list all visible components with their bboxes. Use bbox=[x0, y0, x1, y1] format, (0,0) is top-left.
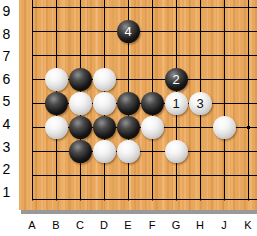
black-stone bbox=[117, 116, 140, 139]
white-stone bbox=[165, 140, 188, 163]
intersection-A9[interactable] bbox=[20, 0, 44, 20]
white-stone bbox=[93, 68, 116, 91]
intersection-C8[interactable] bbox=[68, 20, 92, 44]
col-label-J: J bbox=[216, 217, 232, 233]
white-stone bbox=[45, 68, 68, 91]
intersection-C3[interactable] bbox=[68, 140, 92, 164]
intersection-F4[interactable] bbox=[140, 116, 164, 140]
intersection-F3[interactable] bbox=[140, 140, 164, 164]
col-label-E: E bbox=[120, 217, 136, 233]
intersection-J3[interactable] bbox=[212, 140, 236, 164]
intersection-H9[interactable] bbox=[188, 0, 212, 20]
intersection-K8[interactable] bbox=[236, 20, 257, 44]
row-label-4: 4 bbox=[0, 115, 13, 133]
intersection-D8[interactable] bbox=[92, 20, 116, 44]
row-label-1: 1 bbox=[0, 183, 13, 201]
intersection-B4[interactable] bbox=[44, 116, 68, 140]
intersection-G8[interactable] bbox=[164, 20, 188, 44]
col-label-K: K bbox=[240, 217, 256, 233]
col-label-F: F bbox=[144, 217, 160, 233]
intersection-D3[interactable] bbox=[92, 140, 116, 164]
intersection-F6[interactable] bbox=[140, 68, 164, 92]
black-stone bbox=[141, 92, 164, 115]
intersection-H1[interactable] bbox=[188, 188, 212, 211]
white-stone bbox=[45, 116, 68, 139]
intersection-G7[interactable] bbox=[164, 44, 188, 68]
black-stone: 4 bbox=[117, 20, 140, 43]
move-number-label: 2 bbox=[172, 73, 179, 86]
intersection-K9[interactable] bbox=[236, 0, 257, 20]
intersection-H2[interactable] bbox=[188, 164, 212, 188]
white-stone: 3 bbox=[189, 92, 212, 115]
board-grid: 4213 bbox=[20, 0, 257, 210]
intersection-F1[interactable] bbox=[140, 188, 164, 211]
intersection-G1[interactable] bbox=[164, 188, 188, 211]
intersection-F5[interactable] bbox=[140, 92, 164, 116]
intersection-B8[interactable] bbox=[44, 20, 68, 44]
intersection-A8[interactable] bbox=[20, 20, 44, 44]
intersection-G4[interactable] bbox=[164, 116, 188, 140]
row-label-3: 3 bbox=[0, 138, 13, 156]
intersection-C6[interactable] bbox=[68, 68, 92, 92]
row-label-5: 5 bbox=[0, 92, 13, 110]
row-label-2: 2 bbox=[0, 160, 13, 178]
intersection-D7[interactable] bbox=[92, 44, 116, 68]
intersection-G6[interactable]: 2 bbox=[164, 68, 188, 92]
white-stone bbox=[93, 92, 116, 115]
intersection-K4[interactable] bbox=[236, 116, 257, 140]
intersection-G9[interactable] bbox=[164, 0, 188, 20]
intersection-C1[interactable] bbox=[68, 188, 92, 211]
black-stone bbox=[117, 92, 140, 115]
row-label-9: 9 bbox=[0, 2, 13, 20]
intersection-K5[interactable] bbox=[236, 92, 257, 116]
intersection-K2[interactable] bbox=[236, 164, 257, 188]
intersection-G2[interactable] bbox=[164, 164, 188, 188]
intersection-C5[interactable] bbox=[68, 92, 92, 116]
intersection-E1[interactable] bbox=[116, 188, 140, 211]
intersection-E5[interactable] bbox=[116, 92, 140, 116]
intersection-E6[interactable] bbox=[116, 68, 140, 92]
intersection-D6[interactable] bbox=[92, 68, 116, 92]
hoshi-point bbox=[247, 126, 250, 129]
goban: 4213 bbox=[19, 0, 257, 210]
white-stone bbox=[69, 92, 92, 115]
intersection-B5[interactable] bbox=[44, 92, 68, 116]
intersection-D9[interactable] bbox=[92, 0, 116, 20]
intersection-J1[interactable] bbox=[212, 188, 236, 211]
intersection-C9[interactable] bbox=[68, 0, 92, 20]
intersection-A5[interactable] bbox=[20, 92, 44, 116]
intersection-H6[interactable] bbox=[188, 68, 212, 92]
intersection-C7[interactable] bbox=[68, 44, 92, 68]
intersection-H4[interactable] bbox=[188, 116, 212, 140]
intersection-C4[interactable] bbox=[68, 116, 92, 140]
intersection-J4[interactable] bbox=[212, 116, 236, 140]
intersection-E3[interactable] bbox=[116, 140, 140, 164]
white-stone: 1 bbox=[165, 92, 188, 115]
intersection-J5[interactable] bbox=[212, 92, 236, 116]
intersection-D2[interactable] bbox=[92, 164, 116, 188]
go-diagram: 4213 987654321 ABCDEFGHJK bbox=[0, 0, 257, 236]
black-stone bbox=[45, 92, 68, 115]
column-labels: ABCDEFGHJK bbox=[0, 217, 257, 233]
intersection-F9[interactable] bbox=[140, 0, 164, 20]
col-label-C: C bbox=[72, 217, 88, 233]
intersection-B6[interactable] bbox=[44, 68, 68, 92]
move-number-label: 4 bbox=[124, 25, 131, 38]
intersection-G5[interactable]: 1 bbox=[164, 92, 188, 116]
intersection-F8[interactable] bbox=[140, 20, 164, 44]
white-stone bbox=[93, 140, 116, 163]
row-label-6: 6 bbox=[0, 70, 13, 88]
white-stone bbox=[213, 116, 236, 139]
black-stone bbox=[93, 116, 116, 139]
intersection-H3[interactable] bbox=[188, 140, 212, 164]
intersection-H7[interactable] bbox=[188, 44, 212, 68]
intersection-D1[interactable] bbox=[92, 188, 116, 211]
move-number-label: 3 bbox=[196, 97, 203, 110]
intersection-A4[interactable] bbox=[20, 116, 44, 140]
intersection-J6[interactable] bbox=[212, 68, 236, 92]
black-stone: 2 bbox=[165, 68, 188, 91]
intersection-E7[interactable] bbox=[116, 44, 140, 68]
intersection-B3[interactable] bbox=[44, 140, 68, 164]
intersection-A7[interactable] bbox=[20, 44, 44, 68]
intersection-E2[interactable] bbox=[116, 164, 140, 188]
black-stone bbox=[69, 116, 92, 139]
intersection-E9[interactable] bbox=[116, 0, 140, 20]
black-stone bbox=[69, 140, 92, 163]
board-drop-shadow bbox=[21, 210, 257, 214]
black-stone bbox=[69, 68, 92, 91]
intersection-H5[interactable]: 3 bbox=[188, 92, 212, 116]
intersection-A3[interactable] bbox=[20, 140, 44, 164]
intersection-F2[interactable] bbox=[140, 164, 164, 188]
intersection-D4[interactable] bbox=[92, 116, 116, 140]
intersection-J8[interactable] bbox=[212, 20, 236, 44]
white-stone bbox=[117, 140, 140, 163]
intersection-K3[interactable] bbox=[236, 140, 257, 164]
intersection-E4[interactable] bbox=[116, 116, 140, 140]
white-stone bbox=[141, 116, 164, 139]
intersection-E8[interactable]: 4 bbox=[116, 20, 140, 44]
intersection-J2[interactable] bbox=[212, 164, 236, 188]
intersection-A1[interactable] bbox=[20, 188, 44, 211]
intersection-C2[interactable] bbox=[68, 164, 92, 188]
row-label-8: 8 bbox=[0, 25, 13, 43]
intersection-A2[interactable] bbox=[20, 164, 44, 188]
intersection-K6[interactable] bbox=[236, 68, 257, 92]
col-label-H: H bbox=[192, 217, 208, 233]
col-label-D: D bbox=[96, 217, 112, 233]
intersection-J7[interactable] bbox=[212, 44, 236, 68]
move-number-label: 1 bbox=[172, 97, 179, 110]
intersection-K7[interactable] bbox=[236, 44, 257, 68]
intersection-B7[interactable] bbox=[44, 44, 68, 68]
intersection-D5[interactable] bbox=[92, 92, 116, 116]
row-label-7: 7 bbox=[0, 47, 13, 65]
intersection-J9[interactable] bbox=[212, 0, 236, 20]
intersection-A6[interactable] bbox=[20, 68, 44, 92]
intersection-H8[interactable] bbox=[188, 20, 212, 44]
col-label-B: B bbox=[48, 217, 64, 233]
col-label-A: A bbox=[24, 217, 40, 233]
intersection-G3[interactable] bbox=[164, 140, 188, 164]
col-label-G: G bbox=[168, 217, 184, 233]
intersection-B1[interactable] bbox=[44, 188, 68, 211]
intersection-B2[interactable] bbox=[44, 164, 68, 188]
intersection-K1[interactable] bbox=[236, 188, 257, 211]
intersection-B9[interactable] bbox=[44, 0, 68, 20]
intersection-F7[interactable] bbox=[140, 44, 164, 68]
